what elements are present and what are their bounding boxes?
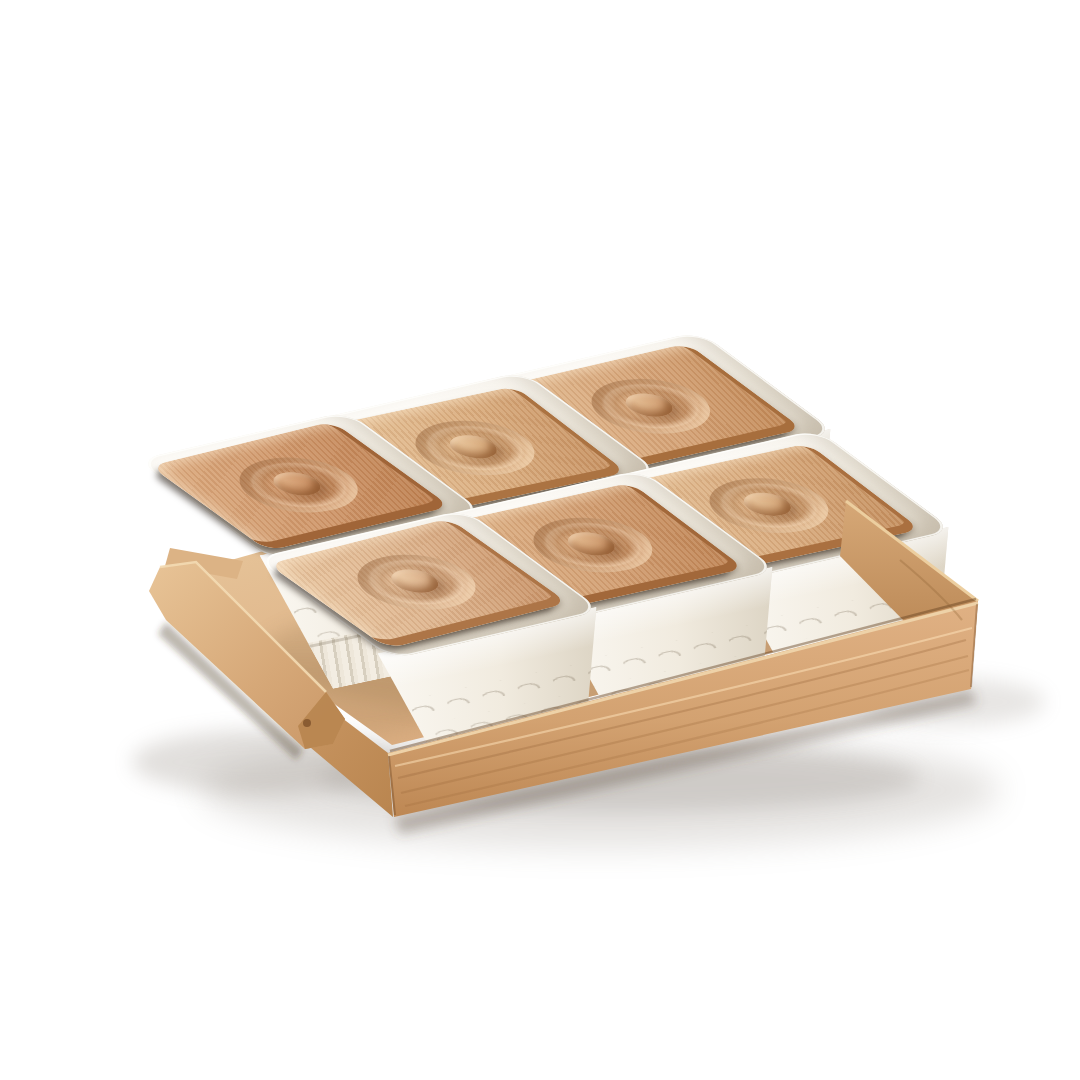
miter-joint-left — [389, 756, 395, 815]
handle-under-shadow — [158, 622, 303, 760]
handle-peg — [303, 719, 311, 727]
ground-shadow — [132, 678, 1045, 848]
miter-joint-right — [971, 604, 977, 687]
handle-tip-chamfer — [298, 692, 345, 749]
handle-end-sliver — [165, 548, 243, 579]
product-photo-scene — [0, 0, 1080, 1080]
